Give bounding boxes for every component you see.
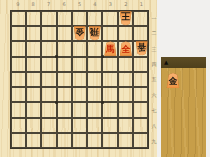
board-cell[interactable]: [41, 102, 56, 117]
piece-glyph: 金: [73, 26, 86, 40]
board-cell[interactable]: [133, 118, 148, 133]
board-cell[interactable]: [118, 26, 133, 41]
board-cell[interactable]: [87, 72, 102, 87]
board-cell[interactable]: [57, 87, 72, 102]
rank-label: 六: [151, 87, 158, 102]
board-cell[interactable]: [133, 133, 148, 148]
board-cell[interactable]: [72, 11, 87, 26]
board-cell[interactable]: [26, 72, 41, 87]
file-label: 4: [87, 0, 102, 9]
board-cell[interactable]: [87, 41, 102, 56]
board-cell[interactable]: [87, 87, 102, 102]
board-cell[interactable]: [26, 41, 41, 56]
board-cell[interactable]: [87, 102, 102, 117]
board-cell[interactable]: [102, 118, 117, 133]
board-cell[interactable]: [118, 102, 133, 117]
rank-label: 八: [151, 118, 158, 133]
board-cell[interactable]: [57, 72, 72, 87]
board-cell[interactable]: [102, 57, 117, 72]
piece-glyph: 香: [135, 41, 148, 55]
shogi-board-panel: 987654321 一二三四五六七八九 王金飛馬全香: [0, 0, 157, 157]
piece-glyph: 王: [119, 11, 132, 25]
sente-marker-icon: ▲: [164, 60, 168, 66]
file-label: 9: [10, 0, 25, 9]
board-cell[interactable]: [41, 72, 56, 87]
board-cell[interactable]: [26, 133, 41, 148]
board-cell[interactable]: [118, 133, 133, 148]
board-cell[interactable]: [57, 41, 72, 56]
board-cell[interactable]: [102, 133, 117, 148]
shogi-piece-金[interactable]: 金: [166, 73, 180, 88]
sente-komadai: 金: [161, 68, 206, 157]
shogi-piece-金[interactable]: 金: [73, 26, 86, 40]
board-cell[interactable]: [41, 87, 56, 102]
rank-label: 一: [151, 10, 158, 25]
board-cell[interactable]: [72, 133, 87, 148]
shogi-diagram: 987654321 一二三四五六七八九 王金飛馬全香 ▲ 金: [0, 0, 210, 157]
board-cell[interactable]: [41, 57, 56, 72]
board-cell[interactable]: [11, 102, 26, 117]
piece-glyph: 馬: [104, 41, 117, 55]
board-cell[interactable]: [57, 26, 72, 41]
rank-label: 三: [151, 41, 158, 56]
board-cell[interactable]: [26, 102, 41, 117]
board-cell[interactable]: [102, 26, 117, 41]
board-cell[interactable]: [41, 133, 56, 148]
board-cell[interactable]: [26, 118, 41, 133]
file-label: 7: [41, 0, 56, 9]
shogi-piece-飛[interactable]: 飛: [88, 26, 101, 40]
board-cell[interactable]: [72, 87, 87, 102]
rank-label: 二: [151, 25, 158, 40]
board-cell[interactable]: [133, 72, 148, 87]
file-label: 6: [56, 0, 71, 9]
piece-glyph: 全: [119, 41, 132, 55]
board-cell[interactable]: [102, 102, 117, 117]
board-cell[interactable]: [87, 118, 102, 133]
board-cell[interactable]: [57, 133, 72, 148]
shogi-piece-馬[interactable]: 馬: [104, 41, 117, 55]
board-cell[interactable]: [11, 57, 26, 72]
board-cell[interactable]: [11, 41, 26, 56]
star-point: [55, 101, 58, 104]
file-label: 8: [25, 0, 40, 9]
board-cell[interactable]: [118, 87, 133, 102]
board-cell[interactable]: [57, 102, 72, 117]
shogi-piece-全[interactable]: 全: [119, 41, 132, 55]
board-cell[interactable]: [57, 11, 72, 26]
rank-label: 九: [151, 134, 158, 149]
board-cell[interactable]: [72, 102, 87, 117]
board-cell[interactable]: [102, 11, 117, 26]
rank-label: 四: [151, 56, 158, 71]
board-cell[interactable]: [133, 57, 148, 72]
piece-glyph: 金: [166, 73, 180, 88]
board-cell[interactable]: [26, 57, 41, 72]
file-label: 3: [103, 0, 118, 9]
board-cell[interactable]: [26, 26, 41, 41]
rank-label: 五: [151, 72, 158, 87]
board-cell[interactable]: [133, 102, 148, 117]
rank-labels: 一二三四五六七八九: [151, 10, 158, 149]
board-cell[interactable]: [11, 133, 26, 148]
board-cell[interactable]: [102, 72, 117, 87]
file-labels: 987654321: [10, 0, 149, 9]
shogi-piece-香[interactable]: 香: [135, 41, 148, 55]
board-cell[interactable]: [57, 57, 72, 72]
board-cell[interactable]: [133, 26, 148, 41]
board-cell[interactable]: [11, 11, 26, 26]
board-cell[interactable]: [133, 87, 148, 102]
shogi-piece-玉[interactable]: 王: [119, 11, 132, 25]
board-cell[interactable]: [41, 41, 56, 56]
board-cell[interactable]: [87, 57, 102, 72]
star-point: [101, 101, 104, 104]
board-cell[interactable]: [11, 87, 26, 102]
board-cell[interactable]: [72, 41, 87, 56]
komadai-header-bar: ▲: [161, 57, 206, 68]
board-cell[interactable]: [41, 11, 56, 26]
file-label: 5: [72, 0, 87, 9]
rank-label: 七: [151, 103, 158, 118]
board-cell[interactable]: [11, 26, 26, 41]
board-cell[interactable]: [118, 57, 133, 72]
board-cell[interactable]: [41, 26, 56, 41]
board-cell[interactable]: [102, 87, 117, 102]
piece-glyph: 飛: [88, 26, 101, 40]
board-cell[interactable]: [41, 118, 56, 133]
board-cell[interactable]: [11, 72, 26, 87]
board-cell[interactable]: [87, 133, 102, 148]
board-cell[interactable]: [26, 87, 41, 102]
file-label: 2: [118, 0, 133, 9]
board-cell[interactable]: [72, 118, 87, 133]
board-cell[interactable]: [57, 118, 72, 133]
board-cell[interactable]: [26, 11, 41, 26]
board-cell[interactable]: [11, 118, 26, 133]
board-cell[interactable]: [72, 72, 87, 87]
star-point: [55, 55, 58, 58]
file-label: 1: [134, 0, 149, 9]
board-cell[interactable]: [87, 11, 102, 26]
board-cell[interactable]: [118, 118, 133, 133]
board-cell[interactable]: [72, 57, 87, 72]
board-cell[interactable]: [133, 11, 148, 26]
board-cell[interactable]: [118, 72, 133, 87]
